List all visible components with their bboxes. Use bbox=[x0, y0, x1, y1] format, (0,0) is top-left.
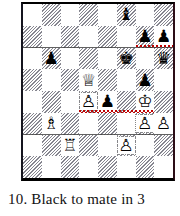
square-f6[interactable]: ♚ bbox=[117, 48, 136, 70]
piece-white-pawn-d4: ♙ bbox=[80, 93, 97, 110]
square-a8[interactable] bbox=[23, 4, 42, 26]
square-g5[interactable]: ♟ bbox=[136, 69, 155, 91]
square-h1[interactable] bbox=[154, 156, 173, 178]
square-b6[interactable]: ♟ bbox=[42, 48, 61, 70]
square-d8[interactable] bbox=[79, 4, 98, 26]
square-a3[interactable] bbox=[23, 113, 42, 135]
square-a1[interactable] bbox=[23, 156, 42, 178]
square-f8[interactable]: ♝ bbox=[117, 4, 136, 26]
square-d3[interactable] bbox=[79, 113, 98, 135]
square-b3[interactable]: ♗ bbox=[42, 113, 61, 135]
square-g8[interactable] bbox=[136, 4, 155, 26]
square-c7[interactable] bbox=[61, 26, 80, 48]
square-f5[interactable] bbox=[117, 69, 136, 91]
square-e6[interactable] bbox=[98, 48, 117, 70]
square-h2[interactable] bbox=[154, 135, 173, 157]
square-h6[interactable]: ♛ bbox=[154, 48, 173, 70]
piece-white-bishop-b3: ♗ bbox=[44, 115, 59, 132]
square-b5[interactable] bbox=[42, 69, 61, 91]
piece-white-pawn-g3: ♙ bbox=[136, 115, 153, 132]
square-e1[interactable] bbox=[98, 156, 117, 178]
piece-black-king-f6: ♚ bbox=[119, 50, 134, 67]
square-a4[interactable] bbox=[23, 91, 42, 113]
square-b1[interactable] bbox=[42, 156, 61, 178]
square-c3[interactable] bbox=[61, 113, 80, 135]
square-h8[interactable] bbox=[154, 4, 173, 26]
piece-black-pawn-g5: ♟ bbox=[137, 72, 152, 89]
square-d1[interactable] bbox=[79, 156, 98, 178]
piece-black-bishop-f8: ♝ bbox=[119, 6, 134, 23]
square-g2[interactable] bbox=[136, 135, 155, 157]
square-b2[interactable] bbox=[42, 135, 61, 157]
piece-black-pawn-g7: ♟ bbox=[137, 28, 152, 45]
piece-black-queen-h6: ♛ bbox=[156, 50, 171, 67]
square-d2[interactable] bbox=[79, 135, 98, 157]
square-c5[interactable] bbox=[61, 69, 80, 91]
square-a7[interactable] bbox=[23, 26, 42, 48]
square-d6[interactable] bbox=[79, 48, 98, 70]
square-e3[interactable] bbox=[98, 113, 117, 135]
piece-white-rook-c2: ♖ bbox=[62, 137, 77, 154]
chess-board: ♝♟♟♟♚♛♕♟♙♟♔♗♙♙♖♙ bbox=[23, 4, 173, 178]
square-b7[interactable] bbox=[42, 26, 61, 48]
square-g6[interactable] bbox=[136, 48, 155, 70]
square-e5[interactable] bbox=[98, 69, 117, 91]
square-c2[interactable]: ♖ bbox=[61, 135, 80, 157]
square-f2[interactable]: ♙ bbox=[117, 135, 136, 157]
square-g1[interactable] bbox=[136, 156, 155, 178]
square-g3[interactable]: ♙ bbox=[136, 113, 155, 135]
square-f3[interactable] bbox=[117, 113, 136, 135]
chess-board-frame: ♝♟♟♟♚♛♕♟♙♟♔♗♙♙♖♙ bbox=[21, 2, 175, 181]
piece-black-pawn-e4: ♟ bbox=[100, 93, 115, 110]
square-a6[interactable] bbox=[23, 48, 42, 70]
square-d7[interactable] bbox=[79, 26, 98, 48]
square-b4[interactable] bbox=[42, 91, 61, 113]
square-h5[interactable] bbox=[154, 69, 173, 91]
square-e7[interactable] bbox=[98, 26, 117, 48]
piece-white-pawn-h3: ♙ bbox=[156, 115, 171, 132]
piece-black-pawn-b6: ♟ bbox=[44, 50, 59, 67]
red-squiggle-d4-g4 bbox=[79, 110, 154, 113]
square-c6[interactable] bbox=[61, 48, 80, 70]
square-h3[interactable]: ♙ bbox=[154, 113, 173, 135]
puzzle-page: ♝♟♟♟♚♛♕♟♙♟♔♗♙♙♖♙ 10. Black to mate in 3 bbox=[0, 0, 180, 216]
square-e2[interactable] bbox=[98, 135, 117, 157]
square-c4[interactable] bbox=[61, 91, 80, 113]
square-a2[interactable] bbox=[23, 135, 42, 157]
square-h4[interactable] bbox=[154, 91, 173, 113]
piece-white-king-g4: ♔ bbox=[137, 93, 152, 110]
square-f1[interactable] bbox=[117, 156, 136, 178]
piece-white-pawn-f2: ♙ bbox=[118, 137, 135, 154]
square-f7[interactable] bbox=[117, 26, 136, 48]
rank-divider-below-3 bbox=[23, 134, 173, 135]
piece-white-queen-d5: ♕ bbox=[81, 72, 96, 89]
square-b8[interactable] bbox=[42, 4, 61, 26]
square-c1[interactable] bbox=[61, 156, 80, 178]
square-d5[interactable]: ♕ bbox=[79, 69, 98, 91]
square-a5[interactable] bbox=[23, 69, 42, 91]
rank-divider-below-7 bbox=[23, 47, 173, 48]
puzzle-caption: 10. Black to mate in 3 bbox=[8, 191, 145, 208]
square-c8[interactable] bbox=[61, 4, 80, 26]
piece-black-pawn-h7: ♟ bbox=[156, 28, 171, 45]
square-e8[interactable] bbox=[98, 4, 117, 26]
